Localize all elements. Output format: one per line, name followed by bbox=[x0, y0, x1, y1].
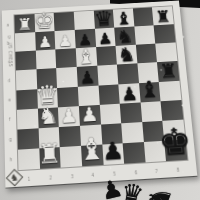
white-pawn-b2[interactable]: ♟ bbox=[38, 35, 53, 51]
captured-black-piece-3: ♞ bbox=[142, 182, 176, 200]
board-grid: ♜♚♛♝♜♟♟♟♟♞♝♞♟♜♛♟♝♞♟♟♜♝♟♚ bbox=[14, 6, 187, 170]
file-label-g: g bbox=[9, 138, 12, 143]
square-c4[interactable]: ♝ bbox=[76, 47, 97, 67]
white-rook-h2[interactable]: ♜ bbox=[37, 140, 63, 169]
black-rook-a8[interactable]: ♜ bbox=[155, 9, 172, 26]
square-f7[interactable] bbox=[140, 101, 162, 122]
square-b1[interactable] bbox=[15, 32, 36, 52]
square-b7[interactable] bbox=[134, 25, 155, 45]
dust-specks bbox=[120, 59, 121, 60]
square-h6[interactable] bbox=[123, 142, 146, 164]
square-d5[interactable] bbox=[97, 65, 119, 85]
square-d4[interactable]: ♟ bbox=[77, 66, 98, 86]
square-h8[interactable]: ♚ bbox=[165, 139, 188, 161]
square-c2[interactable] bbox=[35, 50, 56, 70]
square-e8[interactable] bbox=[159, 80, 181, 101]
square-a8[interactable]: ♜ bbox=[152, 6, 173, 25]
square-c6[interactable]: ♞ bbox=[116, 45, 138, 65]
square-a1[interactable]: ♜ bbox=[14, 14, 34, 33]
white-knight-f2[interactable]: ♞ bbox=[37, 104, 59, 128]
white-rook-a1[interactable]: ♜ bbox=[17, 17, 33, 34]
square-b8[interactable] bbox=[154, 24, 176, 44]
white-pawn-b3[interactable]: ♟ bbox=[58, 34, 73, 50]
rank-label-8: 8 bbox=[176, 167, 179, 172]
captured-black-piece-2: ♛ bbox=[119, 179, 145, 200]
black-knight-c6[interactable]: ♞ bbox=[117, 45, 136, 65]
chessboard-photo: © US CHESS abcdefgh 12345678 ♜♚♛♝♜♟♟♟♟♞♝… bbox=[0, 0, 200, 200]
black-pawn-h5[interactable]: ♟ bbox=[101, 139, 124, 165]
file-label-b: b bbox=[7, 41, 10, 45]
black-king-h8[interactable]: ♚ bbox=[157, 123, 193, 161]
logo-diamond bbox=[6, 169, 24, 187]
rank-label-4: 4 bbox=[92, 173, 95, 178]
square-b5[interactable]: ♟ bbox=[94, 28, 115, 48]
square-f6[interactable] bbox=[120, 102, 142, 123]
file-label-f: f bbox=[9, 118, 11, 122]
file-label-e: e bbox=[8, 98, 11, 102]
square-d6[interactable] bbox=[117, 64, 139, 84]
white-bishop-c4[interactable]: ♝ bbox=[76, 46, 96, 67]
square-d8[interactable]: ♜ bbox=[157, 61, 179, 81]
square-f1[interactable] bbox=[17, 108, 38, 129]
rank-label-7: 7 bbox=[155, 169, 158, 174]
square-a5[interactable]: ♛ bbox=[93, 10, 114, 29]
chess-board: © US CHESS abcdefgh 12345678 ♜♚♛♝♜♟♟♟♟♞♝… bbox=[2, 1, 197, 188]
file-label-d: d bbox=[8, 79, 11, 83]
black-pawn-b5[interactable]: ♟ bbox=[98, 31, 113, 47]
square-d1[interactable] bbox=[16, 70, 37, 90]
white-king-a2[interactable]: ♚ bbox=[34, 10, 55, 32]
black-pawn-d4[interactable]: ♟ bbox=[79, 68, 96, 86]
black-bishop-e7[interactable]: ♝ bbox=[138, 78, 161, 102]
rank-label-2: 2 bbox=[49, 175, 52, 180]
square-c5[interactable] bbox=[96, 46, 117, 66]
white-pawn-f4[interactable]: ♟ bbox=[80, 105, 99, 125]
black-queen-a5[interactable]: ♛ bbox=[93, 8, 114, 29]
square-e6[interactable]: ♟ bbox=[118, 83, 140, 104]
square-f8[interactable] bbox=[161, 100, 183, 121]
knight-logo: ♞ bbox=[7, 170, 22, 185]
square-g6[interactable] bbox=[121, 122, 143, 143]
file-label-a: a bbox=[7, 23, 10, 27]
square-a3[interactable] bbox=[54, 12, 75, 31]
square-f5[interactable] bbox=[99, 103, 121, 124]
square-h5[interactable]: ♟ bbox=[102, 143, 124, 165]
square-c7[interactable] bbox=[136, 44, 158, 64]
square-f4[interactable]: ♟ bbox=[79, 105, 101, 126]
rank-label-3: 3 bbox=[70, 174, 73, 179]
white-pawn-f3[interactable]: ♟ bbox=[60, 106, 79, 126]
square-b2[interactable]: ♟ bbox=[35, 31, 56, 51]
rank-label-1: 1 bbox=[28, 176, 31, 181]
square-e5[interactable] bbox=[98, 84, 120, 105]
square-e7[interactable]: ♝ bbox=[139, 82, 161, 103]
square-f3[interactable]: ♟ bbox=[58, 106, 80, 127]
square-a2[interactable]: ♚ bbox=[34, 13, 55, 32]
file-label-h: h bbox=[10, 158, 13, 163]
square-c3[interactable] bbox=[56, 48, 77, 68]
rank-label-6: 6 bbox=[134, 170, 137, 175]
square-h2[interactable]: ♜ bbox=[39, 147, 61, 169]
square-h4[interactable]: ♝ bbox=[81, 144, 103, 166]
square-a4[interactable] bbox=[74, 11, 95, 30]
square-g1[interactable] bbox=[17, 128, 39, 149]
file-label-c: c bbox=[8, 60, 10, 64]
square-f2[interactable]: ♞ bbox=[38, 107, 60, 128]
square-c1[interactable] bbox=[15, 51, 36, 71]
square-d3[interactable] bbox=[56, 67, 77, 87]
square-a7[interactable] bbox=[133, 7, 154, 26]
black-rook-d8[interactable]: ♜ bbox=[159, 61, 179, 81]
black-pawn-e6[interactable]: ♟ bbox=[120, 84, 138, 103]
square-b3[interactable]: ♟ bbox=[55, 30, 76, 50]
